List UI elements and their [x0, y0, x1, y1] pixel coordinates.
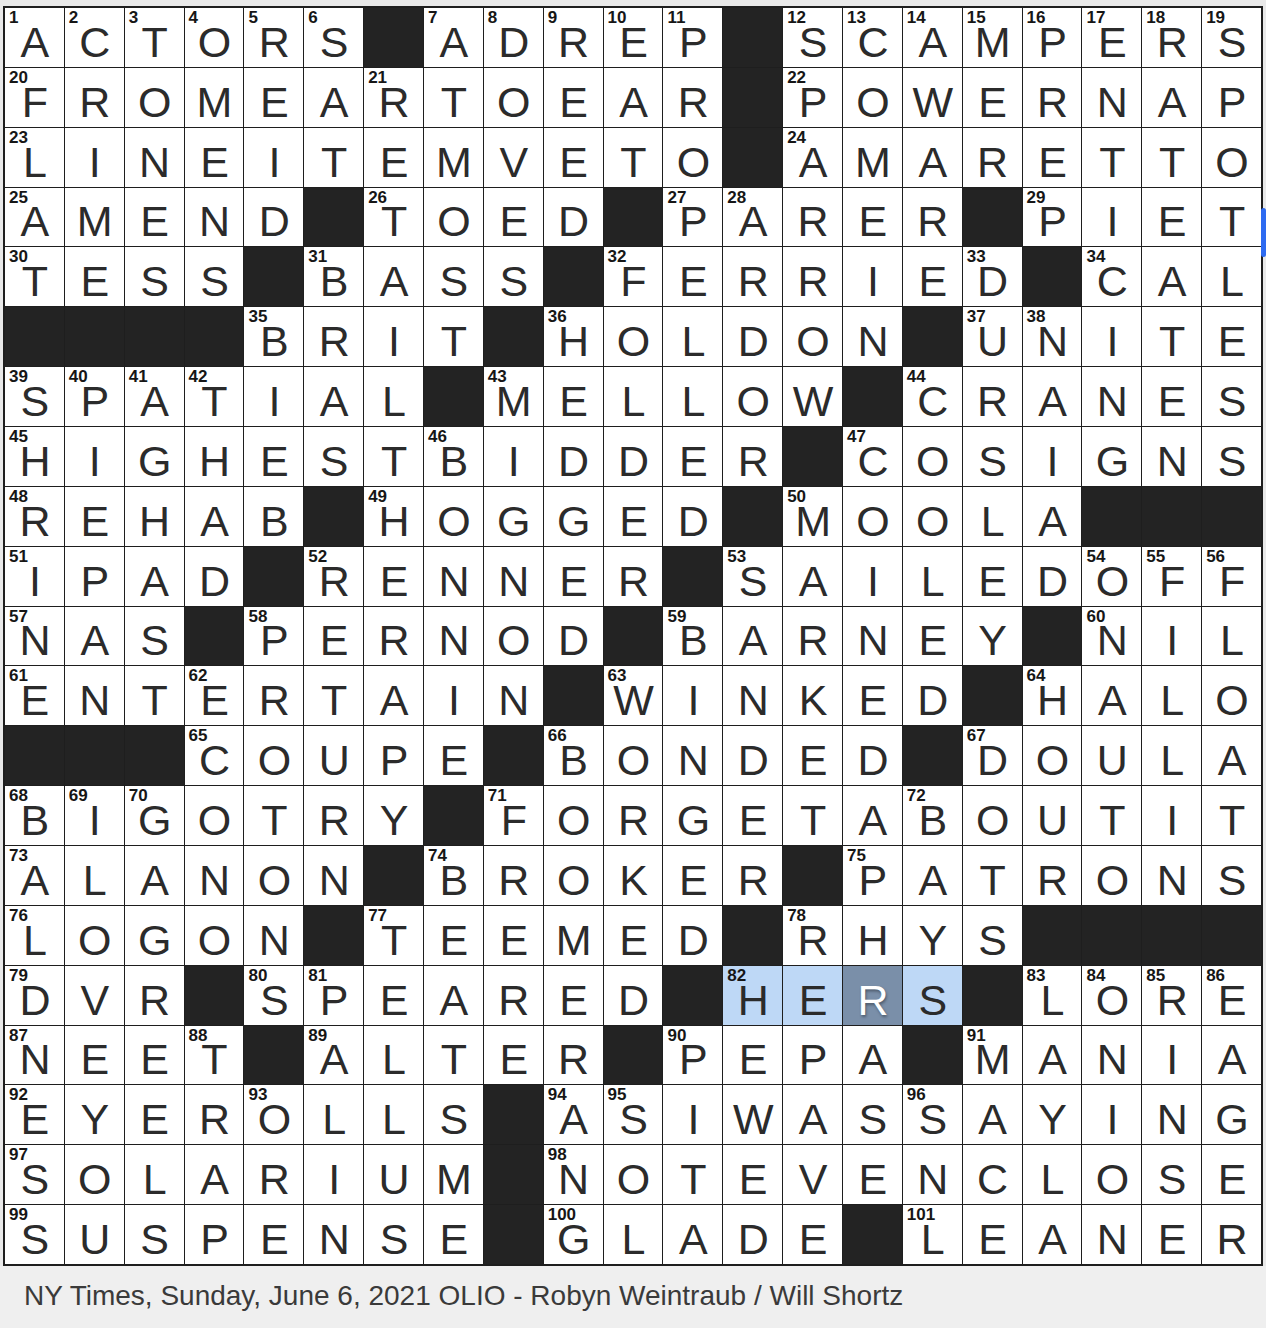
grid-cell[interactable]: E [1202, 1145, 1261, 1204]
grid-cell[interactable]: O [1023, 726, 1082, 785]
grid-cell[interactable]: 46B [424, 427, 483, 486]
grid-cell[interactable]: 24A [783, 128, 842, 187]
grid-cell[interactable]: O [65, 1145, 124, 1204]
grid-cell[interactable]: E [244, 1205, 303, 1264]
grid-cell[interactable]: E [963, 547, 1022, 606]
grid-cell[interactable]: 19S [1202, 8, 1261, 67]
grid-cell[interactable]: 55F [1142, 547, 1201, 606]
grid-cell[interactable]: Y [65, 1085, 124, 1144]
grid-cell[interactable]: E [604, 487, 663, 546]
grid-cell[interactable]: I [1023, 427, 1082, 486]
grid-cell[interactable]: E [364, 547, 423, 606]
grid-cell[interactable]: E [65, 247, 124, 306]
grid-cell[interactable]: O [1082, 1145, 1141, 1204]
grid-cell[interactable]: 94A [544, 1085, 603, 1144]
grid-cell[interactable]: Y [963, 607, 1022, 666]
grid-cell[interactable]: 74B [424, 846, 483, 905]
grid-cell[interactable]: 83L [1023, 966, 1082, 1025]
grid-cell[interactable]: 77T [364, 906, 423, 965]
grid-cell[interactable]: E [484, 188, 543, 247]
grid-cell[interactable]: N [424, 547, 483, 606]
grid-cell[interactable]: T [1142, 128, 1201, 187]
grid-cell[interactable]: 22P [783, 68, 842, 127]
grid-cell[interactable]: O [723, 367, 782, 426]
grid-cell[interactable]: W [783, 367, 842, 426]
grid-cell[interactable]: E [544, 547, 603, 606]
grid-cell[interactable]: G [1082, 427, 1141, 486]
grid-cell[interactable]: D [544, 427, 603, 486]
grid-cell[interactable]: O [843, 68, 902, 127]
grid-cell[interactable]: 61E [5, 666, 64, 725]
grid-cell[interactable]: L [364, 1085, 423, 1144]
grid-cell[interactable]: 45H [5, 427, 64, 486]
grid-cell[interactable]: G [544, 487, 603, 546]
grid-cell[interactable]: 11P [663, 8, 722, 67]
grid-cell[interactable]: 29P [1023, 188, 1082, 247]
grid-cell[interactable]: H [843, 906, 902, 965]
grid-cell[interactable]: O [843, 487, 902, 546]
grid-cell[interactable]: K [783, 666, 842, 725]
grid-cell[interactable]: 99S [5, 1205, 64, 1264]
grid-cell[interactable]: D [723, 307, 782, 366]
grid-cell[interactable]: I [1142, 1026, 1201, 1085]
grid-cell[interactable]: 70G [125, 786, 184, 845]
grid-cell[interactable]: N [65, 666, 124, 725]
grid-cell[interactable]: R [125, 966, 184, 1025]
grid-cell[interactable]: A [843, 786, 902, 845]
grid-cell[interactable]: O [604, 307, 663, 366]
grid-cell[interactable]: R [723, 427, 782, 486]
grid-cell[interactable]: 89A [304, 1026, 363, 1085]
grid-cell[interactable]: L [1142, 666, 1201, 725]
grid-cell[interactable]: 71F [484, 786, 543, 845]
grid-cell[interactable]: E [65, 1026, 124, 1085]
grid-cell[interactable]: L [364, 1026, 423, 1085]
grid-cell[interactable]: 2C [65, 8, 124, 67]
grid-cell[interactable]: A [65, 607, 124, 666]
grid-cell[interactable]: L [125, 1145, 184, 1204]
grid-cell[interactable]: E [903, 247, 962, 306]
grid-cell[interactable]: O [604, 1145, 663, 1204]
grid-cell[interactable]: O [424, 188, 483, 247]
grid-cell[interactable]: E [544, 128, 603, 187]
grid-cell[interactable]: R [244, 1145, 303, 1204]
grid-cell[interactable]: R [903, 188, 962, 247]
grid-cell[interactable]: 1A [5, 8, 64, 67]
grid-cell[interactable]: T [1082, 786, 1141, 845]
grid-cell[interactable]: E [963, 1205, 1022, 1264]
grid-cell[interactable]: N [1142, 427, 1201, 486]
grid-cell[interactable]: E [424, 906, 483, 965]
grid-cell[interactable]: R [484, 846, 543, 905]
grid-cell[interactable]: R [723, 846, 782, 905]
grid-cell[interactable]: L [604, 1205, 663, 1264]
grid-cell[interactable]: 31B [304, 247, 363, 306]
grid-cell[interactable]: 21R [364, 68, 423, 127]
grid-cell[interactable]: E [1142, 367, 1201, 426]
grid-cell[interactable]: 36H [544, 307, 603, 366]
grid-cell[interactable]: 8D [484, 8, 543, 67]
grid-cell[interactable]: E [244, 68, 303, 127]
grid-cell[interactable]: D [903, 666, 962, 725]
grid-cell[interactable]: R [1023, 846, 1082, 905]
grid-cell[interactable]: I [1082, 307, 1141, 366]
grid-cell[interactable]: R [304, 786, 363, 845]
grid-cell[interactable]: D [663, 906, 722, 965]
grid-cell[interactable]: W [903, 68, 962, 127]
grid-cell[interactable]: L [364, 367, 423, 426]
grid-cell[interactable]: 60N [1082, 607, 1141, 666]
grid-cell[interactable]: 53S [723, 547, 782, 606]
grid-cell[interactable]: R [65, 68, 124, 127]
grid-cell[interactable]: N [424, 607, 483, 666]
grid-cell[interactable]: I [843, 547, 902, 606]
grid-cell[interactable]: I [65, 427, 124, 486]
grid-cell[interactable]: 30T [5, 247, 64, 306]
grid-cell[interactable]: O [544, 846, 603, 905]
grid-cell[interactable]: M [424, 128, 483, 187]
grid-cell[interactable]: L [65, 846, 124, 905]
grid-cell[interactable]: A [1202, 1026, 1261, 1085]
grid-cell[interactable]: M [424, 1145, 483, 1204]
grid-cell[interactable]: D [544, 188, 603, 247]
grid-cell[interactable]: D [185, 547, 244, 606]
grid-cell[interactable]: 13C [843, 8, 902, 67]
grid-cell[interactable]: T [963, 846, 1022, 905]
grid-cell[interactable]: I [65, 128, 124, 187]
grid-cell[interactable]: 95S [604, 1085, 663, 1144]
grid-cell[interactable]: A [663, 1205, 722, 1264]
grid-cell[interactable]: A [843, 1026, 902, 1085]
grid-cell[interactable]: S [125, 607, 184, 666]
grid-cell[interactable]: E [424, 726, 483, 785]
grid-cell[interactable]: S [424, 1085, 483, 1144]
highlighted-cell[interactable]: E [783, 966, 842, 1025]
grid-cell[interactable]: O [1202, 666, 1261, 725]
grid-cell[interactable]: O [663, 128, 722, 187]
grid-cell[interactable]: O [604, 726, 663, 785]
grid-cell[interactable]: N [484, 666, 543, 725]
grid-cell[interactable]: 34C [1082, 247, 1141, 306]
grid-cell[interactable]: P [1202, 68, 1261, 127]
grid-cell[interactable]: N [1142, 1085, 1201, 1144]
grid-cell[interactable]: T [663, 1145, 722, 1204]
grid-cell[interactable]: E [544, 966, 603, 1025]
grid-cell[interactable]: D [843, 726, 902, 785]
grid-cell[interactable]: I [1082, 188, 1141, 247]
grid-cell[interactable]: G [1202, 1085, 1261, 1144]
grid-cell[interactable]: D [723, 726, 782, 785]
grid-cell[interactable]: T [424, 68, 483, 127]
grid-cell[interactable]: A [783, 547, 842, 606]
grid-cell[interactable]: T [1202, 786, 1261, 845]
grid-cell[interactable]: A [1082, 666, 1141, 725]
grid-cell[interactable]: H [125, 487, 184, 546]
grid-cell[interactable]: 73A [5, 846, 64, 905]
grid-cell[interactable]: A [125, 846, 184, 905]
grid-cell[interactable]: 90P [663, 1026, 722, 1085]
grid-cell[interactable]: 4O [185, 8, 244, 67]
grid-cell[interactable]: R [185, 1085, 244, 1144]
grid-cell[interactable]: U [304, 726, 363, 785]
grid-cell[interactable]: 54O [1082, 547, 1141, 606]
grid-cell[interactable]: 101L [903, 1205, 962, 1264]
grid-cell[interactable]: N [1082, 68, 1141, 127]
grid-cell[interactable]: N [723, 666, 782, 725]
grid-cell[interactable]: T [244, 786, 303, 845]
grid-cell[interactable]: O [185, 786, 244, 845]
grid-cell[interactable]: 28A [723, 188, 782, 247]
grid-cell[interactable]: A [1202, 726, 1261, 785]
grid-cell[interactable]: 33D [963, 247, 1022, 306]
grid-cell[interactable]: D [544, 607, 603, 666]
grid-cell[interactable]: 92E [5, 1085, 64, 1144]
grid-cell[interactable]: E [544, 367, 603, 426]
grid-cell[interactable]: 75P [843, 846, 902, 905]
grid-cell[interactable]: N [1082, 1205, 1141, 1264]
grid-cell[interactable]: I [484, 427, 543, 486]
grid-cell[interactable]: R [1023, 68, 1082, 127]
grid-cell[interactable]: O [424, 487, 483, 546]
grid-cell[interactable]: T [1142, 307, 1201, 366]
grid-cell[interactable]: E [484, 906, 543, 965]
grid-cell[interactable]: 69I [65, 786, 124, 845]
grid-cell[interactable]: E [125, 1026, 184, 1085]
grid-cell[interactable]: N [1142, 846, 1201, 905]
grid-cell[interactable]: 42T [185, 367, 244, 426]
grid-cell[interactable]: 16P [1023, 8, 1082, 67]
grid-cell[interactable]: A [963, 1085, 1022, 1144]
grid-cell[interactable]: 59B [663, 607, 722, 666]
grid-cell[interactable]: O [185, 906, 244, 965]
grid-cell[interactable]: A [1142, 247, 1201, 306]
grid-cell[interactable]: 48R [5, 487, 64, 546]
grid-cell[interactable]: O [125, 68, 184, 127]
grid-cell[interactable]: S [185, 247, 244, 306]
grid-cell[interactable]: T [304, 666, 363, 725]
grid-cell[interactable]: 72B [903, 786, 962, 845]
grid-cell[interactable]: 56F [1202, 547, 1261, 606]
grid-cell[interactable]: I [663, 1085, 722, 1144]
grid-cell[interactable]: L [1023, 1145, 1082, 1204]
grid-cell[interactable]: E [663, 247, 722, 306]
grid-cell[interactable]: D [663, 487, 722, 546]
grid-cell[interactable]: E [364, 966, 423, 1025]
grid-cell[interactable]: 39S [5, 367, 64, 426]
grid-cell[interactable]: 10E [604, 8, 663, 67]
grid-cell[interactable]: M [843, 128, 902, 187]
grid-cell[interactable]: 50M [783, 487, 842, 546]
grid-cell[interactable]: N [1082, 1026, 1141, 1085]
grid-cell[interactable]: R [544, 1026, 603, 1085]
grid-cell[interactable]: V [65, 966, 124, 1025]
grid-cell[interactable]: O [484, 607, 543, 666]
grid-cell[interactable]: 51I [5, 547, 64, 606]
grid-cell[interactable]: T [1202, 188, 1261, 247]
grid-cell[interactable]: E [1023, 128, 1082, 187]
grid-cell[interactable]: I [1142, 786, 1201, 845]
grid-cell[interactable]: L [604, 367, 663, 426]
grid-cell[interactable]: 3T [125, 8, 184, 67]
grid-cell[interactable]: S [125, 1205, 184, 1264]
grid-cell[interactable]: A [903, 128, 962, 187]
grid-cell[interactable]: R [963, 367, 1022, 426]
grid-cell[interactable]: 23L [5, 128, 64, 187]
grid-cell[interactable]: E [65, 487, 124, 546]
grid-cell[interactable]: Y [364, 786, 423, 845]
grid-cell[interactable]: S [963, 906, 1022, 965]
grid-cell[interactable]: 40P [65, 367, 124, 426]
grid-cell[interactable]: N [304, 846, 363, 905]
grid-cell[interactable]: R [484, 966, 543, 1025]
grid-cell[interactable]: 78R [783, 906, 842, 965]
grid-cell[interactable]: S [125, 247, 184, 306]
grid-cell[interactable]: M [65, 188, 124, 247]
grid-cell[interactable]: 62E [185, 666, 244, 725]
grid-cell[interactable]: R [783, 607, 842, 666]
grid-cell[interactable]: I [663, 666, 722, 725]
grid-cell[interactable]: G [663, 786, 722, 845]
grid-cell[interactable]: A [185, 487, 244, 546]
grid-cell[interactable]: W [723, 1085, 782, 1144]
grid-cell[interactable]: T [364, 427, 423, 486]
grid-cell[interactable]: A [1142, 68, 1201, 127]
grid-cell[interactable]: E [304, 607, 363, 666]
grid-cell[interactable]: O [903, 487, 962, 546]
grid-cell[interactable]: L [1202, 247, 1261, 306]
grid-cell[interactable]: 66B [544, 726, 603, 785]
grid-cell[interactable]: A [1023, 487, 1082, 546]
grid-cell[interactable]: 58P [244, 607, 303, 666]
grid-cell[interactable]: E [1142, 188, 1201, 247]
grid-cell[interactable]: 64H [1023, 666, 1082, 725]
grid-cell[interactable]: O [244, 846, 303, 905]
grid-cell[interactable]: G [484, 487, 543, 546]
grid-cell[interactable]: E [604, 906, 663, 965]
grid-cell[interactable]: 5R [244, 8, 303, 67]
grid-cell[interactable]: C [963, 1145, 1022, 1204]
grid-cell[interactable]: 79D [5, 966, 64, 1025]
grid-cell[interactable]: S [484, 247, 543, 306]
grid-cell[interactable]: D [723, 1205, 782, 1264]
grid-cell[interactable]: E [484, 1026, 543, 1085]
grid-cell[interactable]: N [843, 307, 902, 366]
highlighted-cell[interactable]: S [903, 966, 962, 1025]
grid-cell[interactable]: E [125, 1085, 184, 1144]
grid-cell[interactable]: L [304, 1085, 363, 1144]
grid-cell[interactable]: 52R [304, 547, 363, 606]
grid-cell[interactable]: E [783, 726, 842, 785]
grid-cell[interactable]: R [783, 188, 842, 247]
grid-cell[interactable]: R [663, 68, 722, 127]
grid-cell[interactable]: M [544, 906, 603, 965]
grid-cell[interactable]: U [364, 1145, 423, 1204]
grid-cell[interactable]: N [903, 1145, 962, 1204]
grid-cell[interactable]: E [244, 427, 303, 486]
grid-cell[interactable]: 20F [5, 68, 64, 127]
grid-cell[interactable]: D [604, 427, 663, 486]
grid-cell[interactable]: E [1142, 1205, 1201, 1264]
grid-cell[interactable]: E [1202, 307, 1261, 366]
grid-cell[interactable]: E [125, 188, 184, 247]
grid-cell[interactable]: B [244, 487, 303, 546]
grid-cell[interactable]: U [1082, 726, 1141, 785]
grid-cell[interactable]: N [125, 128, 184, 187]
grid-cell[interactable]: S [424, 247, 483, 306]
grid-cell[interactable]: 67D [963, 726, 1022, 785]
grid-cell[interactable]: T [424, 1026, 483, 1085]
grid-cell[interactable]: R [783, 247, 842, 306]
grid-cell[interactable]: E [544, 68, 603, 127]
grid-cell[interactable]: A [903, 846, 962, 905]
grid-cell[interactable]: I [843, 247, 902, 306]
grid-cell[interactable]: E [424, 1205, 483, 1264]
grid-cell[interactable]: L [663, 367, 722, 426]
grid-cell[interactable]: E [663, 846, 722, 905]
grid-cell[interactable]: 96S [903, 1085, 962, 1144]
grid-cell[interactable]: R [963, 128, 1022, 187]
grid-cell[interactable]: I [1082, 1085, 1141, 1144]
grid-cell[interactable]: S [1202, 846, 1261, 905]
grid-cell[interactable]: I [244, 367, 303, 426]
grid-cell[interactable]: A [1023, 1205, 1082, 1264]
grid-cell[interactable]: I [1142, 607, 1201, 666]
grid-cell[interactable]: 41A [125, 367, 184, 426]
grid-cell[interactable]: E [723, 786, 782, 845]
grid-cell[interactable]: O [484, 68, 543, 127]
grid-cell[interactable]: 49H [364, 487, 423, 546]
grid-cell[interactable]: M [185, 68, 244, 127]
grid-cell[interactable]: E [364, 128, 423, 187]
grid-cell[interactable]: 6S [304, 8, 363, 67]
grid-cell[interactable]: 57N [5, 607, 64, 666]
grid-cell[interactable]: I [364, 307, 423, 366]
grid-cell[interactable]: P [783, 1026, 842, 1085]
grid-cell[interactable]: A [783, 1085, 842, 1144]
grid-cell[interactable]: R [604, 786, 663, 845]
grid-cell[interactable]: P [364, 726, 423, 785]
grid-cell[interactable]: A [185, 1145, 244, 1204]
highlighted-cell[interactable]: 82H [723, 966, 782, 1025]
grid-cell[interactable]: A [1023, 1026, 1082, 1085]
grid-cell[interactable]: E [185, 128, 244, 187]
grid-cell[interactable]: 91M [963, 1026, 1022, 1085]
grid-cell[interactable]: E [843, 1145, 902, 1204]
grid-cell[interactable]: O [1202, 128, 1261, 187]
grid-cell[interactable]: A [604, 68, 663, 127]
grid-cell[interactable]: R [604, 547, 663, 606]
grid-cell[interactable]: 7A [424, 8, 483, 67]
grid-cell[interactable]: A [364, 247, 423, 306]
scrollbar-thumb[interactable] [1261, 208, 1266, 257]
grid-cell[interactable]: K [604, 846, 663, 905]
grid-cell[interactable]: 32F [604, 247, 663, 306]
grid-cell[interactable]: R [244, 666, 303, 725]
grid-cell[interactable]: S [1202, 427, 1261, 486]
grid-cell[interactable]: 87N [5, 1026, 64, 1085]
grid-cell[interactable]: A [424, 966, 483, 1025]
grid-cell[interactable]: A [364, 666, 423, 725]
grid-cell[interactable]: U [1023, 786, 1082, 845]
grid-cell[interactable]: R [723, 247, 782, 306]
grid-cell[interactable]: A [304, 367, 363, 426]
grid-cell[interactable]: R [304, 307, 363, 366]
grid-cell[interactable]: H [185, 427, 244, 486]
grid-cell[interactable]: 100G [544, 1205, 603, 1264]
grid-cell[interactable]: 63W [604, 666, 663, 725]
grid-cell[interactable]: P [185, 1205, 244, 1264]
grid-cell[interactable]: T [304, 128, 363, 187]
